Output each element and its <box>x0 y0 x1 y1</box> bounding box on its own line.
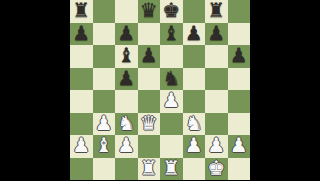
square-e3[interactable] <box>160 113 183 136</box>
black-pawn-piece: ♟ <box>185 23 203 43</box>
white-pawn-piece: ♟ <box>185 135 203 155</box>
black-pawn-piece: ♟ <box>230 45 248 65</box>
white-rook-piece: ♜ <box>162 158 180 178</box>
square-a7[interactable]: ♟ <box>70 23 93 46</box>
white-pawn-piece: ♟ <box>95 113 113 133</box>
square-c7[interactable]: ♟ <box>115 23 138 46</box>
black-pawn-piece: ♟ <box>72 23 90 43</box>
square-c1[interactable] <box>115 158 138 181</box>
square-h5[interactable] <box>228 68 251 91</box>
square-h1[interactable] <box>228 158 251 181</box>
square-g4[interactable] <box>205 90 228 113</box>
square-a6[interactable] <box>70 45 93 68</box>
black-rook-piece: ♜ <box>207 0 225 20</box>
square-g7[interactable]: ♟ <box>205 23 228 46</box>
black-bishop-piece: ♝ <box>117 45 135 65</box>
square-g6[interactable] <box>205 45 228 68</box>
square-b8[interactable] <box>93 0 116 23</box>
square-e6[interactable] <box>160 45 183 68</box>
square-e5[interactable]: ♞ <box>160 68 183 91</box>
square-b6[interactable] <box>93 45 116 68</box>
square-a5[interactable] <box>70 68 93 91</box>
square-d6[interactable]: ♟ <box>138 45 161 68</box>
square-b5[interactable] <box>93 68 116 91</box>
black-bishop-piece: ♝ <box>162 23 180 43</box>
left-letterbox-bar <box>0 0 70 180</box>
square-b3[interactable]: ♟ <box>93 113 116 136</box>
square-a2[interactable]: ♟ <box>70 135 93 158</box>
square-h3[interactable] <box>228 113 251 136</box>
black-pawn-piece: ♟ <box>140 45 158 65</box>
white-pawn-piece: ♟ <box>117 135 135 155</box>
square-f3[interactable]: ♞ <box>183 113 206 136</box>
square-a3[interactable] <box>70 113 93 136</box>
square-d3[interactable]: ♛ <box>138 113 161 136</box>
square-d1[interactable]: ♜ <box>138 158 161 181</box>
square-e2[interactable] <box>160 135 183 158</box>
square-b7[interactable] <box>93 23 116 46</box>
black-rook-piece: ♜ <box>72 0 90 20</box>
square-g8[interactable]: ♜ <box>205 0 228 23</box>
white-pawn-piece: ♟ <box>72 135 90 155</box>
square-d5[interactable] <box>138 68 161 91</box>
white-pawn-piece: ♟ <box>162 90 180 110</box>
square-f2[interactable]: ♟ <box>183 135 206 158</box>
square-b1[interactable] <box>93 158 116 181</box>
square-f6[interactable] <box>183 45 206 68</box>
square-c3[interactable]: ♞ <box>115 113 138 136</box>
white-pawn-piece: ♟ <box>230 135 248 155</box>
square-c8[interactable] <box>115 0 138 23</box>
square-g3[interactable] <box>205 113 228 136</box>
white-knight-piece: ♞ <box>185 113 203 133</box>
square-c2[interactable]: ♟ <box>115 135 138 158</box>
square-d4[interactable] <box>138 90 161 113</box>
square-b4[interactable] <box>93 90 116 113</box>
black-pawn-piece: ♟ <box>207 23 225 43</box>
square-h4[interactable] <box>228 90 251 113</box>
square-g2[interactable]: ♟ <box>205 135 228 158</box>
square-g1[interactable]: ♚ <box>205 158 228 181</box>
square-e8[interactable]: ♚ <box>160 0 183 23</box>
square-c5[interactable]: ♟ <box>115 68 138 91</box>
square-h2[interactable]: ♟ <box>228 135 251 158</box>
black-pawn-piece: ♟ <box>117 68 135 88</box>
chess-board: ♜♛♚♜♟♟♝♟♟♝♟♟♟♞♟♟♞♛♞♟♝♟♟♟♟♜♜♚ <box>70 0 250 180</box>
white-king-piece: ♚ <box>207 158 225 178</box>
black-queen-piece: ♛ <box>140 0 158 20</box>
square-h7[interactable] <box>228 23 251 46</box>
square-e7[interactable]: ♝ <box>160 23 183 46</box>
square-d8[interactable]: ♛ <box>138 0 161 23</box>
white-rook-piece: ♜ <box>140 158 158 178</box>
right-letterbox-bar <box>250 0 320 180</box>
square-b2[interactable]: ♝ <box>93 135 116 158</box>
square-e1[interactable]: ♜ <box>160 158 183 181</box>
square-a1[interactable] <box>70 158 93 181</box>
app-stage: ♜♛♚♜♟♟♝♟♟♝♟♟♟♞♟♟♞♛♞♟♝♟♟♟♟♜♜♚ <box>0 0 320 180</box>
square-d7[interactable] <box>138 23 161 46</box>
black-king-piece: ♚ <box>162 0 180 20</box>
square-f4[interactable] <box>183 90 206 113</box>
square-e4[interactable]: ♟ <box>160 90 183 113</box>
white-queen-piece: ♛ <box>140 113 158 133</box>
white-bishop-piece: ♝ <box>95 135 113 155</box>
square-h6[interactable]: ♟ <box>228 45 251 68</box>
square-c4[interactable] <box>115 90 138 113</box>
square-f1[interactable] <box>183 158 206 181</box>
square-d2[interactable] <box>138 135 161 158</box>
square-c6[interactable]: ♝ <box>115 45 138 68</box>
square-a8[interactable]: ♜ <box>70 0 93 23</box>
black-knight-piece: ♞ <box>162 68 180 88</box>
square-g5[interactable] <box>205 68 228 91</box>
square-f8[interactable] <box>183 0 206 23</box>
square-f5[interactable] <box>183 68 206 91</box>
white-pawn-piece: ♟ <box>207 135 225 155</box>
black-pawn-piece: ♟ <box>117 23 135 43</box>
square-f7[interactable]: ♟ <box>183 23 206 46</box>
white-knight-piece: ♞ <box>117 113 135 133</box>
square-h8[interactable] <box>228 0 251 23</box>
square-a4[interactable] <box>70 90 93 113</box>
